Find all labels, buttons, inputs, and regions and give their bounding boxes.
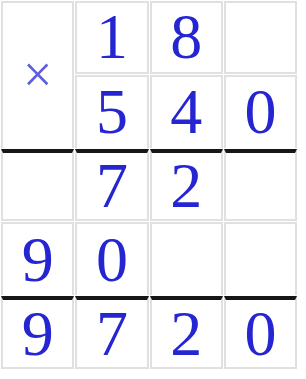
cell-r5c4-product-units: 0	[224, 296, 297, 369]
cell-r4c4-empty	[224, 222, 297, 295]
cell-r4c2-partial2-digit: 0	[75, 222, 148, 295]
cell-r3c4-empty	[224, 149, 297, 222]
multiply-sign: ×	[23, 49, 52, 101]
cell-r5c3-product-tens: 2	[150, 296, 223, 369]
cell-r3c1-empty	[1, 149, 74, 222]
cell-r2c3-multiplier-tens: 4	[150, 75, 223, 148]
cell-r2c2-multiplier-hundreds: 5	[75, 75, 148, 148]
cell-r1c2-multiplicand-tens: 1	[75, 1, 148, 74]
multiply-operator-cell: ×	[1, 1, 74, 148]
cell-r1c3-multiplicand-units: 8	[150, 1, 223, 74]
cell-r2c4-multiplier-units: 0	[224, 75, 297, 148]
cell-r4c3-empty	[150, 222, 223, 295]
cell-r1c4-empty	[224, 1, 297, 74]
long-multiplication-grid: × 1 8 5 4 0 7 2 9 0 9 7 2 0	[1, 1, 297, 369]
cell-r3c2-partial1-digit: 7	[75, 149, 148, 222]
cell-r5c1-product-thousands: 9	[1, 296, 74, 369]
cell-r3c3-partial1-digit: 2	[150, 149, 223, 222]
cell-r5c2-product-hundreds: 7	[75, 296, 148, 369]
cell-r4c1-partial2-digit: 9	[1, 222, 74, 295]
